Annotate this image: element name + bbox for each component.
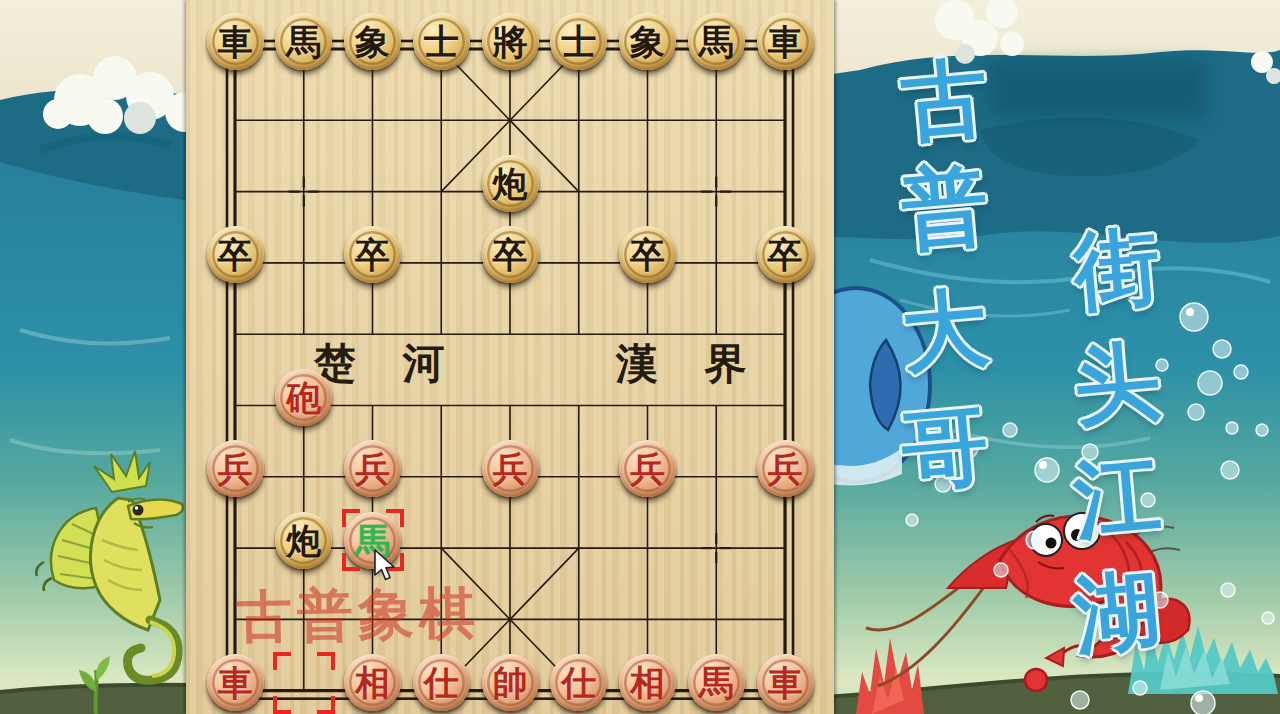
piece-兵[interactable]: 兵 [619, 440, 676, 497]
piece-face: 仕 [555, 659, 602, 706]
piece-將[interactable]: 將 [482, 13, 539, 70]
xiangqi-board[interactable]: 楚 河 漢 界 古普象棋 車馬象士將士象馬車炮卒卒卒卒卒砲兵兵兵兵兵炮馬車相仕帥… [186, 0, 834, 714]
piece-兵[interactable]: 兵 [482, 440, 539, 497]
piece-face: 兵 [762, 445, 809, 492]
piece-glyph: 卒 [218, 237, 253, 272]
piece-兵[interactable]: 兵 [757, 440, 814, 497]
piece-face: 砲 [280, 374, 327, 421]
piece-glyph: 卒 [768, 237, 803, 272]
title-right-char: 湖 [1070, 565, 1163, 658]
piece-車[interactable]: 車 [757, 654, 814, 711]
piece-卒[interactable]: 卒 [207, 226, 264, 283]
piece-glyph: 車 [218, 24, 253, 59]
piece-炮[interactable]: 炮 [275, 512, 332, 569]
piece-face: 士 [555, 18, 602, 65]
title-left-char: 普 [898, 160, 991, 253]
screenshot-root: 楚 河 漢 界 古普象棋 車馬象士將士象馬車炮卒卒卒卒卒砲兵兵兵兵兵炮馬車相仕帥… [0, 0, 1280, 714]
piece-glyph: 士 [424, 24, 459, 59]
piece-glyph: 兵 [493, 451, 528, 486]
piece-士[interactable]: 士 [413, 13, 470, 70]
last-move-origin-marker [273, 652, 335, 714]
piece-glyph: 車 [218, 665, 253, 700]
piece-兵[interactable]: 兵 [207, 440, 264, 497]
piece-卒[interactable]: 卒 [619, 226, 676, 283]
piece-face: 車 [762, 659, 809, 706]
piece-face: 卒 [349, 231, 396, 278]
piece-face: 相 [624, 659, 671, 706]
piece-馬[interactable]: 馬 [688, 654, 745, 711]
piece-face: 車 [212, 659, 259, 706]
piece-face: 兵 [349, 445, 396, 492]
piece-glyph: 馬 [286, 24, 321, 59]
piece-glyph: 馬 [699, 665, 734, 700]
piece-glyph: 將 [493, 24, 528, 59]
piece-face: 車 [212, 18, 259, 65]
piece-face: 將 [487, 18, 534, 65]
piece-face: 炮 [280, 517, 327, 564]
piece-glyph: 仕 [424, 665, 459, 700]
piece-相[interactable]: 相 [344, 654, 401, 711]
piece-face: 炮 [487, 160, 534, 207]
river-label-right: 漢 界 [616, 336, 763, 392]
piece-glyph: 象 [355, 24, 390, 59]
piece-士[interactable]: 士 [550, 13, 607, 70]
piece-face: 馬 [693, 659, 740, 706]
title-left-char: 大 [898, 283, 991, 376]
piece-face: 馬 [280, 18, 327, 65]
piece-glyph: 相 [355, 665, 390, 700]
piece-卒[interactable]: 卒 [344, 226, 401, 283]
river-label-left: 楚 河 [314, 336, 461, 392]
piece-glyph: 帥 [493, 665, 528, 700]
piece-相[interactable]: 相 [619, 654, 676, 711]
piece-仕[interactable]: 仕 [413, 654, 470, 711]
title-right-char: 江 [1070, 450, 1163, 543]
piece-glyph: 車 [768, 665, 803, 700]
piece-glyph: 炮 [286, 523, 321, 558]
piece-車[interactable]: 車 [207, 13, 264, 70]
piece-face: 卒 [624, 231, 671, 278]
piece-face: 士 [418, 18, 465, 65]
piece-face: 兵 [624, 445, 671, 492]
title-right-char: 头 [1070, 336, 1163, 429]
piece-glyph: 車 [768, 24, 803, 59]
title-left-char: 哥 [898, 401, 991, 494]
piece-砲[interactable]: 砲 [275, 369, 332, 426]
piece-象[interactable]: 象 [619, 13, 676, 70]
piece-glyph: 士 [561, 24, 596, 59]
piece-glyph: 馬 [699, 24, 734, 59]
board-watermark: 古普象棋 [235, 576, 480, 656]
piece-glyph: 砲 [286, 380, 321, 415]
piece-face: 兵 [212, 445, 259, 492]
piece-face: 相 [349, 659, 396, 706]
piece-glyph: 象 [630, 24, 665, 59]
piece-glyph: 卒 [355, 237, 390, 272]
piece-face: 卒 [487, 231, 534, 278]
piece-face: 兵 [487, 445, 534, 492]
title-left-char: 古 [898, 53, 991, 146]
piece-face: 卒 [212, 231, 259, 278]
piece-兵[interactable]: 兵 [344, 440, 401, 497]
piece-glyph: 兵 [218, 451, 253, 486]
piece-卒[interactable]: 卒 [757, 226, 814, 283]
piece-車[interactable]: 車 [207, 654, 264, 711]
piece-glyph: 兵 [630, 451, 665, 486]
piece-車[interactable]: 車 [757, 13, 814, 70]
piece-face: 象 [349, 18, 396, 65]
piece-face: 象 [624, 18, 671, 65]
piece-face: 仕 [418, 659, 465, 706]
piece-glyph: 仕 [561, 665, 596, 700]
piece-卒[interactable]: 卒 [482, 226, 539, 283]
piece-glyph: 炮 [493, 166, 528, 201]
piece-glyph: 兵 [355, 451, 390, 486]
piece-馬[interactable]: 馬 [275, 13, 332, 70]
piece-象[interactable]: 象 [344, 13, 401, 70]
piece-face: 帥 [487, 659, 534, 706]
mouse-cursor-icon [373, 549, 399, 583]
piece-glyph: 兵 [768, 451, 803, 486]
piece-帥[interactable]: 帥 [482, 654, 539, 711]
piece-glyph: 相 [630, 665, 665, 700]
piece-face: 馬 [693, 18, 740, 65]
title-right-char: 街 [1070, 221, 1163, 314]
piece-glyph: 卒 [630, 237, 665, 272]
piece-炮[interactable]: 炮 [482, 155, 539, 212]
piece-馬[interactable]: 馬 [688, 13, 745, 70]
piece-face: 卒 [762, 231, 809, 278]
piece-glyph: 卒 [493, 237, 528, 272]
piece-face: 車 [762, 18, 809, 65]
